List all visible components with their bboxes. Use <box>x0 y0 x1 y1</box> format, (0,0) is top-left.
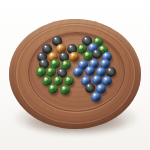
marble-orange[interactable] <box>69 52 79 62</box>
marble-green[interactable] <box>48 84 58 94</box>
product-photo-scene <box>0 0 150 150</box>
marble-layer <box>0 0 150 150</box>
marble-blue[interactable] <box>73 67 83 77</box>
marble-green[interactable] <box>60 85 70 95</box>
marble-blue[interactable] <box>85 66 95 76</box>
marble-blue[interactable] <box>91 92 101 102</box>
marble-black[interactable] <box>92 49 102 59</box>
